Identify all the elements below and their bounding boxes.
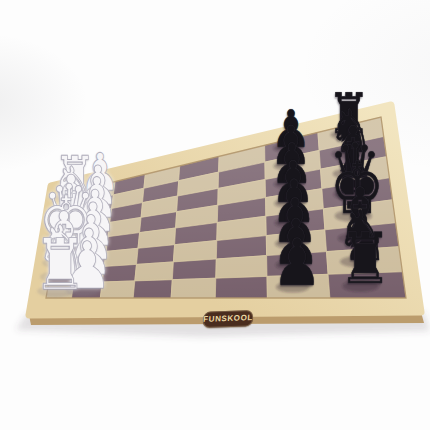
square-h6[interactable] [215,276,267,298]
square-f4[interactable] [137,245,175,265]
square-h5[interactable] [171,278,216,298]
piece-black-pawn[interactable]: ♟ [272,231,321,296]
square-g4[interactable] [135,262,174,281]
piece-white-rook[interactable]: ♜ [33,230,87,300]
square-h4[interactable] [133,280,172,298]
chess-set-photo: ♜♞♝♛♚♝♞♜♟♟♟♟♟♟♟♟♟♟♟♟♟♟♟♟♜♞♝♛♚♝♞♜ FUNSKOO… [0,0,430,430]
brand-label: FUNSKOOL [203,314,253,324]
brand-plaque: FUNSKOOL [202,310,253,328]
square-g5[interactable] [172,259,216,280]
square-g6[interactable] [216,256,267,279]
piece-black-rook[interactable]: ♜ [338,225,392,295]
